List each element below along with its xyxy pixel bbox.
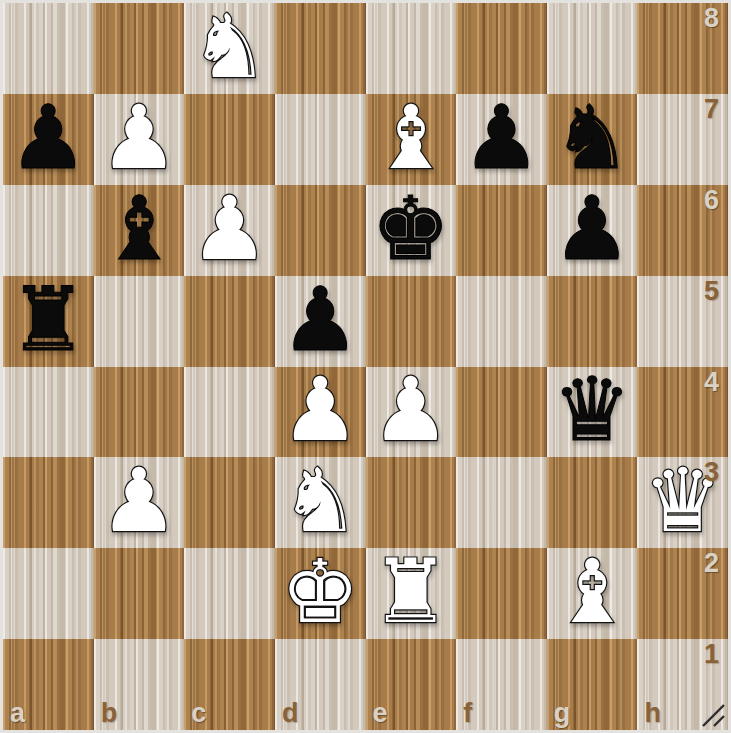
piece-white-pawn[interactable]: ♟	[371, 367, 450, 456]
file-label-d: d	[282, 698, 299, 729]
chess-board: ♞8♟♟♝♟♞7♝♟♚♟6♜♟5♟♟♛4♟♞♛3♚♜♝2abcdefgh1	[3, 3, 728, 730]
piece-white-rook[interactable]: ♜	[371, 548, 450, 637]
rank-label-2: 2	[704, 548, 719, 579]
square-a1[interactable]: a	[3, 639, 94, 730]
square-g2[interactable]: ♝	[547, 548, 638, 639]
square-d6[interactable]	[275, 185, 366, 276]
square-c5[interactable]	[184, 276, 275, 367]
square-d7[interactable]	[275, 94, 366, 185]
square-c4[interactable]	[184, 367, 275, 458]
piece-black-rook[interactable]: ♜	[9, 276, 88, 365]
square-d3[interactable]: ♞	[275, 457, 366, 548]
square-f1[interactable]: f	[456, 639, 547, 730]
piece-black-bishop[interactable]: ♝	[99, 185, 178, 274]
square-f6[interactable]	[456, 185, 547, 276]
piece-white-knight[interactable]: ♞	[190, 3, 269, 92]
chess-board-frame: ♞8♟♟♝♟♞7♝♟♚♟6♜♟5♟♟♛4♟♞♛3♚♜♝2abcdefgh1	[0, 0, 731, 733]
piece-black-pawn[interactable]: ♟	[281, 276, 360, 365]
square-d1[interactable]: d	[275, 639, 366, 730]
square-a3[interactable]	[3, 457, 94, 548]
square-e1[interactable]: e	[366, 639, 457, 730]
piece-white-pawn[interactable]: ♟	[190, 185, 269, 274]
square-c8[interactable]: ♞	[184, 3, 275, 94]
square-b2[interactable]	[94, 548, 185, 639]
square-b6[interactable]: ♝	[94, 185, 185, 276]
square-c3[interactable]	[184, 457, 275, 548]
square-h4[interactable]: 4	[637, 367, 728, 458]
square-b5[interactable]	[94, 276, 185, 367]
file-label-e: e	[373, 698, 388, 729]
file-label-g: g	[554, 698, 571, 729]
square-f3[interactable]	[456, 457, 547, 548]
square-e8[interactable]	[366, 3, 457, 94]
square-g5[interactable]	[547, 276, 638, 367]
square-f4[interactable]	[456, 367, 547, 458]
square-c6[interactable]: ♟	[184, 185, 275, 276]
square-e6[interactable]: ♚	[366, 185, 457, 276]
square-b1[interactable]: b	[94, 639, 185, 730]
square-g3[interactable]	[547, 457, 638, 548]
square-b7[interactable]: ♟	[94, 94, 185, 185]
square-c7[interactable]	[184, 94, 275, 185]
square-b8[interactable]	[94, 3, 185, 94]
square-g4[interactable]: ♛	[547, 367, 638, 458]
piece-white-bishop[interactable]: ♝	[553, 548, 632, 637]
square-h2[interactable]: 2	[637, 548, 728, 639]
square-h6[interactable]: 6	[637, 185, 728, 276]
square-d5[interactable]: ♟	[275, 276, 366, 367]
square-g1[interactable]: g	[547, 639, 638, 730]
square-h3[interactable]: ♛3	[637, 457, 728, 548]
file-label-b: b	[101, 698, 118, 729]
file-label-f: f	[463, 698, 472, 729]
square-h5[interactable]: 5	[637, 276, 728, 367]
square-g7[interactable]: ♞	[547, 94, 638, 185]
square-g8[interactable]	[547, 3, 638, 94]
rank-label-5: 5	[704, 276, 719, 307]
square-d2[interactable]: ♚	[275, 548, 366, 639]
square-h7[interactable]: 7	[637, 94, 728, 185]
square-c1[interactable]: c	[184, 639, 275, 730]
piece-white-bishop[interactable]: ♝	[371, 94, 450, 183]
square-a8[interactable]	[3, 3, 94, 94]
piece-white-king[interactable]: ♚	[281, 548, 360, 637]
square-a4[interactable]	[3, 367, 94, 458]
square-a2[interactable]	[3, 548, 94, 639]
square-a7[interactable]: ♟	[3, 94, 94, 185]
square-b4[interactable]	[94, 367, 185, 458]
resize-handle-icon[interactable]	[699, 701, 727, 729]
square-e2[interactable]: ♜	[366, 548, 457, 639]
piece-white-knight[interactable]: ♞	[281, 457, 360, 546]
square-f5[interactable]	[456, 276, 547, 367]
piece-white-pawn[interactable]: ♟	[99, 457, 178, 546]
piece-white-pawn[interactable]: ♟	[99, 94, 178, 183]
square-e4[interactable]: ♟	[366, 367, 457, 458]
square-f2[interactable]	[456, 548, 547, 639]
square-e5[interactable]	[366, 276, 457, 367]
piece-black-pawn[interactable]: ♟	[553, 185, 632, 274]
rank-label-6: 6	[704, 185, 719, 216]
square-e3[interactable]	[366, 457, 457, 548]
piece-black-knight[interactable]: ♞	[553, 94, 632, 183]
piece-black-pawn[interactable]: ♟	[462, 94, 541, 183]
piece-black-king[interactable]: ♚	[371, 185, 450, 274]
square-a5[interactable]: ♜	[3, 276, 94, 367]
square-c2[interactable]	[184, 548, 275, 639]
square-e7[interactable]: ♝	[366, 94, 457, 185]
piece-black-pawn[interactable]: ♟	[9, 94, 88, 183]
rank-label-8: 8	[704, 3, 719, 34]
rank-label-7: 7	[704, 94, 719, 125]
square-f7[interactable]: ♟	[456, 94, 547, 185]
square-f8[interactable]	[456, 3, 547, 94]
square-b3[interactable]: ♟	[94, 457, 185, 548]
piece-white-pawn[interactable]: ♟	[281, 367, 360, 456]
square-d8[interactable]	[275, 3, 366, 94]
square-d4[interactable]: ♟	[275, 367, 366, 458]
rank-label-3: 3	[704, 457, 719, 488]
piece-black-queen[interactable]: ♛	[553, 367, 632, 456]
file-label-a: a	[10, 698, 25, 729]
rank-label-1: 1	[704, 639, 719, 670]
rank-label-4: 4	[704, 367, 719, 398]
square-h8[interactable]: 8	[637, 3, 728, 94]
file-label-c: c	[191, 698, 206, 729]
file-label-h: h	[644, 698, 661, 729]
square-a6[interactable]	[3, 185, 94, 276]
square-g6[interactable]: ♟	[547, 185, 638, 276]
